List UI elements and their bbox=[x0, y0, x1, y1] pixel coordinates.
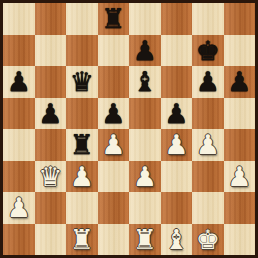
square-a6[interactable]: ♟ bbox=[3, 66, 35, 98]
square-d5[interactable]: ♟ bbox=[98, 98, 130, 130]
square-e1[interactable]: ♜ bbox=[129, 224, 161, 256]
square-g1[interactable]: ♚ bbox=[192, 224, 224, 256]
square-d3[interactable] bbox=[98, 161, 130, 193]
square-d1[interactable] bbox=[98, 224, 130, 256]
square-b4[interactable] bbox=[35, 129, 67, 161]
square-b7[interactable] bbox=[35, 35, 67, 67]
black-pawn-piece[interactable]: ♟ bbox=[7, 66, 31, 97]
white-rook-piece[interactable]: ♜ bbox=[70, 224, 94, 255]
square-d4[interactable]: ♟ bbox=[98, 129, 130, 161]
black-pawn-piece[interactable]: ♟ bbox=[38, 98, 62, 129]
square-g4[interactable]: ♟ bbox=[192, 129, 224, 161]
square-g6[interactable]: ♟ bbox=[192, 66, 224, 98]
square-a3[interactable] bbox=[3, 161, 35, 193]
square-c2[interactable] bbox=[66, 192, 98, 224]
square-h2[interactable] bbox=[224, 192, 256, 224]
square-a7[interactable] bbox=[3, 35, 35, 67]
square-d8[interactable]: ♜ bbox=[98, 3, 130, 35]
square-g3[interactable] bbox=[192, 161, 224, 193]
square-a1[interactable] bbox=[3, 224, 35, 256]
square-e7[interactable]: ♟ bbox=[129, 35, 161, 67]
black-rook-piece[interactable]: ♜ bbox=[70, 129, 94, 160]
square-d2[interactable] bbox=[98, 192, 130, 224]
square-b1[interactable] bbox=[35, 224, 67, 256]
black-rook-piece[interactable]: ♜ bbox=[101, 3, 125, 34]
square-c3[interactable]: ♟ bbox=[66, 161, 98, 193]
square-h5[interactable] bbox=[224, 98, 256, 130]
square-e4[interactable] bbox=[129, 129, 161, 161]
square-c7[interactable] bbox=[66, 35, 98, 67]
square-b2[interactable] bbox=[35, 192, 67, 224]
square-h1[interactable] bbox=[224, 224, 256, 256]
square-g5[interactable] bbox=[192, 98, 224, 130]
black-queen-piece[interactable]: ♛ bbox=[70, 66, 94, 97]
white-pawn-piece[interactable]: ♟ bbox=[101, 129, 125, 160]
black-king-piece[interactable]: ♚ bbox=[196, 35, 220, 66]
white-queen-piece[interactable]: ♛ bbox=[38, 161, 62, 192]
square-e6[interactable]: ♝ bbox=[129, 66, 161, 98]
white-pawn-piece[interactable]: ♟ bbox=[196, 129, 220, 160]
square-f3[interactable] bbox=[161, 161, 193, 193]
square-h7[interactable] bbox=[224, 35, 256, 67]
white-bishop-piece[interactable]: ♝ bbox=[164, 224, 188, 255]
black-bishop-piece[interactable]: ♝ bbox=[133, 66, 157, 97]
square-c6[interactable]: ♛ bbox=[66, 66, 98, 98]
square-f1[interactable]: ♝ bbox=[161, 224, 193, 256]
white-pawn-piece[interactable]: ♟ bbox=[227, 161, 251, 192]
square-f5[interactable]: ♟ bbox=[161, 98, 193, 130]
white-king-piece[interactable]: ♚ bbox=[196, 224, 220, 255]
square-b8[interactable] bbox=[35, 3, 67, 35]
square-h4[interactable] bbox=[224, 129, 256, 161]
square-e5[interactable] bbox=[129, 98, 161, 130]
square-a5[interactable] bbox=[3, 98, 35, 130]
square-f4[interactable]: ♟ bbox=[161, 129, 193, 161]
square-b3[interactable]: ♛ bbox=[35, 161, 67, 193]
square-c1[interactable]: ♜ bbox=[66, 224, 98, 256]
square-a2[interactable]: ♟ bbox=[3, 192, 35, 224]
square-c8[interactable] bbox=[66, 3, 98, 35]
square-c4[interactable]: ♜ bbox=[66, 129, 98, 161]
white-pawn-piece[interactable]: ♟ bbox=[133, 161, 157, 192]
black-pawn-piece[interactable]: ♟ bbox=[133, 35, 157, 66]
square-h6[interactable]: ♟ bbox=[224, 66, 256, 98]
white-pawn-piece[interactable]: ♟ bbox=[164, 129, 188, 160]
black-pawn-piece[interactable]: ♟ bbox=[196, 66, 220, 97]
board-frame: ♜♟♚♟♛♝♟♟♟♟♟♜♟♟♟♛♟♟♟♟♜♜♝♚ bbox=[0, 0, 258, 258]
square-g8[interactable] bbox=[192, 3, 224, 35]
square-b5[interactable]: ♟ bbox=[35, 98, 67, 130]
square-b6[interactable] bbox=[35, 66, 67, 98]
square-f7[interactable] bbox=[161, 35, 193, 67]
square-f6[interactable] bbox=[161, 66, 193, 98]
square-d7[interactable] bbox=[98, 35, 130, 67]
square-a8[interactable] bbox=[3, 3, 35, 35]
white-pawn-piece[interactable]: ♟ bbox=[7, 192, 31, 223]
square-e3[interactable]: ♟ bbox=[129, 161, 161, 193]
white-pawn-piece[interactable]: ♟ bbox=[70, 161, 94, 192]
square-c5[interactable] bbox=[66, 98, 98, 130]
black-pawn-piece[interactable]: ♟ bbox=[227, 66, 251, 97]
black-pawn-piece[interactable]: ♟ bbox=[101, 98, 125, 129]
white-rook-piece[interactable]: ♜ bbox=[133, 224, 157, 255]
square-g7[interactable]: ♚ bbox=[192, 35, 224, 67]
square-a4[interactable] bbox=[3, 129, 35, 161]
square-h3[interactable]: ♟ bbox=[224, 161, 256, 193]
square-g2[interactable] bbox=[192, 192, 224, 224]
chess-board: ♜♟♚♟♛♝♟♟♟♟♟♜♟♟♟♛♟♟♟♟♜♜♝♚ bbox=[3, 3, 255, 255]
square-f2[interactable] bbox=[161, 192, 193, 224]
black-pawn-piece[interactable]: ♟ bbox=[164, 98, 188, 129]
square-e2[interactable] bbox=[129, 192, 161, 224]
square-h8[interactable] bbox=[224, 3, 256, 35]
square-e8[interactable] bbox=[129, 3, 161, 35]
square-f8[interactable] bbox=[161, 3, 193, 35]
square-d6[interactable] bbox=[98, 66, 130, 98]
